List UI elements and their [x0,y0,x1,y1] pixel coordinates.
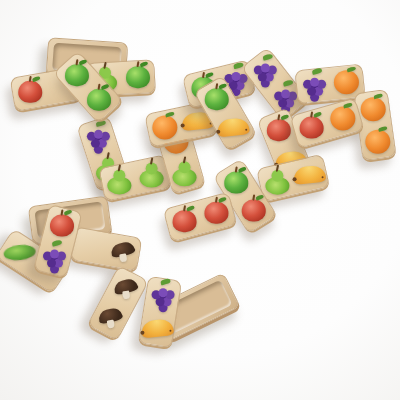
fruit-orange-icon [152,115,177,139]
fruit-banana-icon [293,166,325,183]
domino-tile-hidden-mushroom[interactable] [70,226,143,271]
tile-half [217,111,249,144]
fruit-apple-red-icon [204,202,228,224]
fruit-apple-red-icon [18,81,42,103]
tile-half [263,113,295,146]
fruit-orange-icon [360,97,385,121]
tile-half [110,272,142,305]
fruit-grapes-icon [302,73,326,99]
fruit-orange-icon [365,129,390,153]
tile-half [168,205,201,237]
fruit-grapes-icon [42,244,66,270]
tile-half [295,112,328,144]
tile-half [297,70,330,102]
dominoes-board [0,0,400,400]
tile-half [141,312,173,345]
tile-half [199,197,232,229]
fruit-orange-icon [334,70,359,94]
tile-half [238,193,270,226]
fruit-apple-red-icon [172,210,196,232]
domino-tile-apple-red-apple-red[interactable] [163,192,237,242]
fruit-grapes-icon [86,124,110,150]
fruit-apple-red-icon [267,119,291,141]
tile-half [102,165,135,197]
tile-half [106,236,139,268]
fruit-orange-icon [330,106,355,130]
fruit-banana-icon [141,320,173,337]
table-surface [0,0,400,400]
tile-half [121,61,154,93]
tile-half [73,230,106,262]
tile-half [82,121,114,154]
fruit-apple-red-icon [242,199,266,221]
tile-half [46,208,78,241]
fruit-apple-green-icon [224,171,248,193]
tile-half [38,241,70,274]
fruit-pear-icon [265,177,289,195]
fruit-apple-green-icon [205,88,229,110]
fruit-mushroom-icon [110,241,134,263]
fruit-pear-icon [139,170,163,188]
tile-half [83,83,115,116]
tile-half [361,125,393,158]
fruit-grapes-icon [151,283,175,309]
fruit-apple-red-icon [50,214,74,236]
tile-half [135,159,168,191]
fruit-apple-green-icon [125,66,149,88]
tile-half [326,102,359,134]
fruit-banana-icon [217,119,249,136]
tile-half [293,158,326,190]
fruit-pear-icon [173,168,197,186]
tile-half [148,111,181,143]
fruit-mushroom-icon [114,277,138,299]
fruit-apple-green-icon [87,88,111,110]
fruit-pear-icon [107,176,131,194]
fruit-apple-red-icon [299,117,323,139]
fruit-mushroom-icon [98,307,122,329]
tile-half [94,301,126,334]
fruit-grapes-icon [273,84,297,110]
tile-half [169,156,201,189]
tile-half [147,279,179,312]
tile-half [13,76,46,108]
